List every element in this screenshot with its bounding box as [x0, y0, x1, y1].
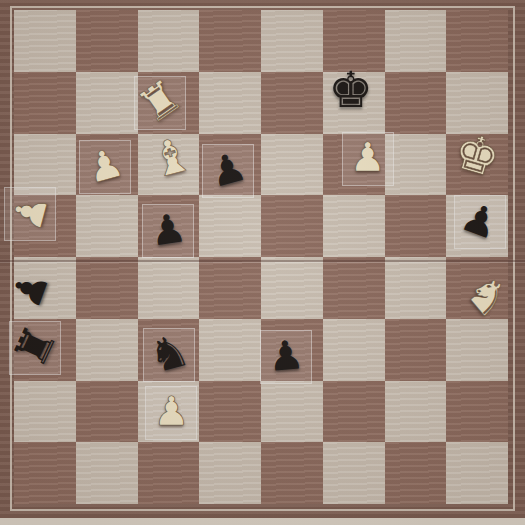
square-b8[interactable] [76, 10, 138, 72]
square-a7[interactable] [14, 72, 76, 134]
square-g3[interactable] [385, 319, 447, 381]
square-b2[interactable] [76, 381, 138, 443]
square-e7[interactable] [261, 72, 323, 134]
square-f2[interactable] [323, 381, 385, 443]
square-g7[interactable] [385, 72, 447, 134]
square-a6[interactable] [14, 134, 76, 196]
piece-black-pawn-e3[interactable]: ♟ [266, 334, 305, 377]
square-c8[interactable] [138, 10, 200, 72]
square-a8[interactable] [14, 10, 76, 72]
square-b3[interactable] [76, 319, 138, 381]
square-f3[interactable] [323, 319, 385, 381]
square-e5[interactable] [261, 195, 323, 257]
square-d8[interactable] [199, 10, 261, 72]
table-edge [0, 518, 525, 525]
square-h3[interactable] [446, 319, 508, 381]
square-d7[interactable] [199, 72, 261, 134]
square-b5[interactable] [76, 195, 138, 257]
square-g8[interactable] [385, 10, 447, 72]
piece-white-pawn-f6[interactable]: ♟ [350, 138, 386, 178]
square-g4[interactable] [385, 257, 447, 319]
square-e6[interactable] [261, 134, 323, 196]
square-e8[interactable] [261, 10, 323, 72]
square-e1[interactable] [261, 442, 323, 504]
square-f1[interactable] [323, 442, 385, 504]
square-h2[interactable] [446, 381, 508, 443]
square-d4[interactable] [199, 257, 261, 319]
square-b1[interactable] [76, 442, 138, 504]
square-c4[interactable] [138, 257, 200, 319]
piece-black-king-f7[interactable]: ♚ [328, 65, 373, 115]
square-d3[interactable] [199, 319, 261, 381]
square-d2[interactable] [199, 381, 261, 443]
chessboard-photo: ♜♚♟♝♟♟♚♟♟♟♟♞♜♞♟♟ [0, 0, 525, 525]
piece-white-pawn-c2[interactable]: ♟ [153, 392, 189, 432]
square-a2[interactable] [14, 381, 76, 443]
square-g6[interactable] [385, 134, 447, 196]
square-g2[interactable] [385, 381, 447, 443]
square-c1[interactable] [138, 442, 200, 504]
square-f5[interactable] [323, 195, 385, 257]
square-e2[interactable] [261, 381, 323, 443]
square-d1[interactable] [199, 442, 261, 504]
square-a1[interactable] [14, 442, 76, 504]
square-h1[interactable] [446, 442, 508, 504]
square-b4[interactable] [76, 257, 138, 319]
square-h8[interactable] [446, 10, 508, 72]
piece-black-pawn-c5[interactable]: ♟ [148, 207, 189, 252]
square-g1[interactable] [385, 442, 447, 504]
board-fold-seam [0, 260, 525, 262]
chess-board[interactable]: ♜♚♟♝♟♟♚♟♟♟♟♞♜♞♟♟ [14, 10, 508, 504]
square-b7[interactable] [76, 72, 138, 134]
square-d5[interactable] [199, 195, 261, 257]
square-e4[interactable] [261, 257, 323, 319]
square-f4[interactable] [323, 257, 385, 319]
square-g5[interactable] [385, 195, 447, 257]
